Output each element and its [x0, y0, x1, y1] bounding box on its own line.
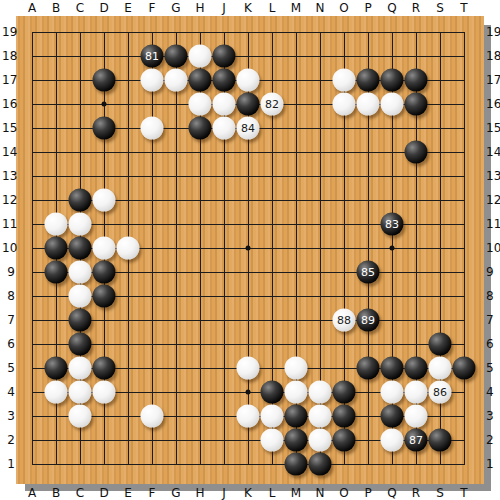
coordinate-label-bottom-C: C: [76, 486, 84, 500]
coordinate-label-left-1: 1: [2, 457, 15, 471]
stone-black-R16: [405, 93, 428, 116]
stone-white-H18: [189, 45, 212, 68]
coordinate-label-bottom-F: F: [149, 486, 156, 500]
stone-black-J18: [213, 45, 236, 68]
stone-black-R2: 87: [405, 429, 428, 452]
stone-white-P16: [357, 93, 380, 116]
stone-black-B9: [45, 261, 68, 284]
coordinate-label-right-19: 19: [486, 25, 500, 39]
stone-white-B11: [45, 213, 68, 236]
coordinate-label-top-N: N: [316, 1, 325, 15]
coordinate-label-right-13: 13: [486, 169, 500, 183]
grid-line: [32, 464, 465, 465]
coordinate-label-left-11: 11: [2, 217, 15, 231]
stone-black-M2: [285, 429, 308, 452]
coordinate-label-bottom-B: B: [52, 486, 60, 500]
stone-white-L3: [261, 405, 284, 428]
coordinate-label-right-5: 5: [486, 361, 494, 375]
stone-white-C4: [69, 381, 92, 404]
coordinate-label-right-6: 6: [486, 337, 494, 351]
coordinate-label-right-12: 12: [486, 193, 500, 207]
coordinate-label-bottom-J: J: [222, 486, 226, 500]
stone-white-E10: [117, 237, 140, 260]
coordinate-label-bottom-Q: Q: [387, 486, 396, 500]
coordinate-label-bottom-O: O: [339, 486, 348, 500]
stone-white-L2: [261, 429, 284, 452]
coordinate-label-left-15: 15: [2, 121, 15, 135]
stone-black-Q11: 83: [381, 213, 404, 236]
stone-black-F18: 81: [141, 45, 164, 68]
stone-black-O2: [333, 429, 356, 452]
stone-white-S4: 86: [429, 381, 452, 404]
coordinate-label-top-H: H: [195, 1, 204, 15]
coordinate-label-bottom-M: M: [291, 486, 301, 500]
coordinate-label-left-17: 17: [2, 73, 15, 87]
stone-black-P17: [357, 69, 380, 92]
coordinate-label-top-K: K: [244, 1, 252, 15]
stone-white-B4: [45, 381, 68, 404]
coordinate-label-right-17: 17: [486, 73, 500, 87]
stone-white-K15: 84: [237, 117, 260, 140]
stone-black-R17: [405, 69, 428, 92]
stone-black-D9: [93, 261, 116, 284]
stone-black-Q3: [381, 405, 404, 428]
coordinate-label-top-C: C: [76, 1, 84, 15]
coordinate-label-left-12: 12: [2, 193, 15, 207]
move-number: 81: [145, 51, 159, 62]
stone-white-N2: [309, 429, 332, 452]
coordinate-label-left-3: 3: [2, 409, 15, 423]
stone-black-S2: [429, 429, 452, 452]
coordinate-label-bottom-E: E: [124, 486, 132, 500]
stone-black-G18: [165, 45, 188, 68]
stone-white-J15: [213, 117, 236, 140]
stone-black-S6: [429, 333, 452, 356]
stone-white-K5: [237, 357, 260, 380]
stone-black-D8: [93, 285, 116, 308]
coordinate-label-top-S: S: [436, 1, 444, 15]
stone-black-J17: [213, 69, 236, 92]
stone-black-B5: [45, 357, 68, 380]
stone-black-P9: 85: [357, 261, 380, 284]
stone-white-D4: [93, 381, 116, 404]
grid-line: [32, 320, 465, 321]
coordinate-label-left-18: 18: [2, 49, 15, 63]
stone-black-D5: [93, 357, 116, 380]
stone-white-H16: [189, 93, 212, 116]
coordinate-label-bottom-R: R: [412, 486, 420, 500]
stone-white-M5: [285, 357, 308, 380]
stone-white-F3: [141, 405, 164, 428]
stone-black-C10: [69, 237, 92, 260]
go-board[interactable]: 818284838588898687: [16, 16, 484, 484]
coordinate-label-left-16: 16: [2, 97, 15, 111]
coordinate-label-left-10: 10: [2, 241, 15, 255]
stone-black-H17: [189, 69, 212, 92]
coordinate-label-left-14: 14: [2, 145, 15, 159]
coordinate-label-right-11: 11: [486, 217, 500, 231]
stone-white-R3: [405, 405, 428, 428]
stone-black-T5: [453, 357, 476, 380]
move-number: 85: [361, 267, 375, 278]
star-point: [246, 246, 251, 251]
grid-line: [464, 32, 465, 465]
coordinate-label-left-9: 9: [2, 265, 15, 279]
coordinate-label-top-E: E: [124, 1, 132, 15]
coordinate-label-right-4: 4: [486, 385, 494, 399]
move-number: 88: [337, 315, 351, 326]
grid-line: [32, 344, 465, 345]
stone-black-O3: [333, 405, 356, 428]
coordinate-label-bottom-L: L: [269, 486, 276, 500]
stone-black-C7: [69, 309, 92, 332]
stone-white-D12: [93, 189, 116, 212]
coordinate-label-left-13: 13: [2, 169, 15, 183]
coordinate-label-left-19: 19: [2, 25, 15, 39]
stone-black-Q17: [381, 69, 404, 92]
coordinate-label-left-6: 6: [2, 337, 15, 351]
coordinate-label-top-O: O: [339, 1, 348, 15]
stone-black-C6: [69, 333, 92, 356]
coordinate-label-right-10: 10: [486, 241, 500, 255]
stone-black-R5: [405, 357, 428, 380]
stone-black-D15: [93, 117, 116, 140]
stone-white-N4: [309, 381, 332, 404]
coordinate-label-bottom-K: K: [244, 486, 252, 500]
stone-black-O4: [333, 381, 356, 404]
coordinate-label-left-5: 5: [2, 361, 15, 375]
stone-black-M3: [285, 405, 308, 428]
coordinate-label-left-7: 7: [2, 313, 15, 327]
coordinate-label-right-1: 1: [486, 457, 494, 471]
coordinate-label-bottom-T: T: [460, 486, 467, 500]
stone-white-O16: [333, 93, 356, 116]
coordinate-label-right-8: 8: [486, 289, 494, 303]
star-point: [102, 102, 107, 107]
coordinate-label-top-T: T: [460, 1, 467, 15]
stone-black-B10: [45, 237, 68, 260]
stone-white-Q16: [381, 93, 404, 116]
stone-black-H15: [189, 117, 212, 140]
coordinate-label-right-2: 2: [486, 433, 494, 447]
stone-white-K17: [237, 69, 260, 92]
coordinate-label-top-B: B: [52, 1, 60, 15]
stone-white-G17: [165, 69, 188, 92]
stone-black-P7: 89: [357, 309, 380, 332]
stone-white-C3: [69, 405, 92, 428]
stone-white-Q4: [381, 381, 404, 404]
stone-white-C11: [69, 213, 92, 236]
coordinate-label-bottom-N: N: [316, 486, 325, 500]
stone-white-O7: 88: [333, 309, 356, 332]
coordinate-label-top-D: D: [99, 1, 108, 15]
stone-white-K3: [237, 405, 260, 428]
coordinate-label-left-2: 2: [2, 433, 15, 447]
coordinate-label-top-J: J: [222, 1, 226, 15]
stone-white-C8: [69, 285, 92, 308]
stone-white-S5: [429, 357, 452, 380]
coordinate-label-right-18: 18: [486, 49, 500, 63]
move-number: 89: [361, 315, 375, 326]
coordinate-label-top-L: L: [269, 1, 276, 15]
move-number: 82: [265, 99, 279, 110]
coordinate-label-top-M: M: [291, 1, 301, 15]
coordinate-label-top-G: G: [171, 1, 180, 15]
stone-white-C9: [69, 261, 92, 284]
stone-black-M1: [285, 453, 308, 476]
stone-white-F15: [141, 117, 164, 140]
stone-white-J16: [213, 93, 236, 116]
stone-black-L4: [261, 381, 284, 404]
coordinate-label-bottom-H: H: [195, 486, 204, 500]
coordinate-label-bottom-D: D: [99, 486, 108, 500]
stone-white-O17: [333, 69, 356, 92]
coordinate-label-top-Q: Q: [387, 1, 396, 15]
stone-black-R14: [405, 141, 428, 164]
coordinate-label-bottom-A: A: [28, 486, 36, 500]
stone-black-N1: [309, 453, 332, 476]
move-number: 87: [409, 435, 423, 446]
go-game-window: 818284838588898687 AABBCCDDEEFFGGHHJJKKL…: [0, 0, 500, 500]
coordinate-label-bottom-S: S: [436, 486, 444, 500]
move-number: 84: [241, 123, 255, 134]
stone-black-K16: [237, 93, 260, 116]
coordinate-label-top-P: P: [364, 1, 371, 15]
stone-white-L16: 82: [261, 93, 284, 116]
coordinate-label-right-9: 9: [486, 265, 494, 279]
coordinate-label-top-R: R: [412, 1, 420, 15]
star-point: [390, 246, 395, 251]
stone-white-Q2: [381, 429, 404, 452]
stone-white-D10: [93, 237, 116, 260]
move-number: 83: [385, 219, 399, 230]
coordinate-label-right-16: 16: [486, 97, 500, 111]
stone-black-P5: [357, 357, 380, 380]
stone-white-N3: [309, 405, 332, 428]
coordinate-label-bottom-P: P: [364, 486, 371, 500]
coordinate-label-bottom-G: G: [171, 486, 180, 500]
stone-white-M4: [285, 381, 308, 404]
move-number: 86: [433, 387, 447, 398]
stone-black-C12: [69, 189, 92, 212]
stone-white-R4: [405, 381, 428, 404]
stone-black-D17: [93, 69, 116, 92]
coordinate-label-right-7: 7: [486, 313, 494, 327]
coordinate-label-top-F: F: [149, 1, 156, 15]
star-point: [246, 390, 251, 395]
coordinate-label-right-3: 3: [486, 409, 494, 423]
stone-white-F17: [141, 69, 164, 92]
stone-white-C5: [69, 357, 92, 380]
coordinate-label-top-A: A: [28, 1, 36, 15]
stone-black-Q5: [381, 357, 404, 380]
coordinate-label-right-14: 14: [486, 145, 500, 159]
coordinate-label-right-15: 15: [486, 121, 500, 135]
coordinate-label-left-8: 8: [2, 289, 15, 303]
coordinate-label-left-4: 4: [2, 385, 15, 399]
